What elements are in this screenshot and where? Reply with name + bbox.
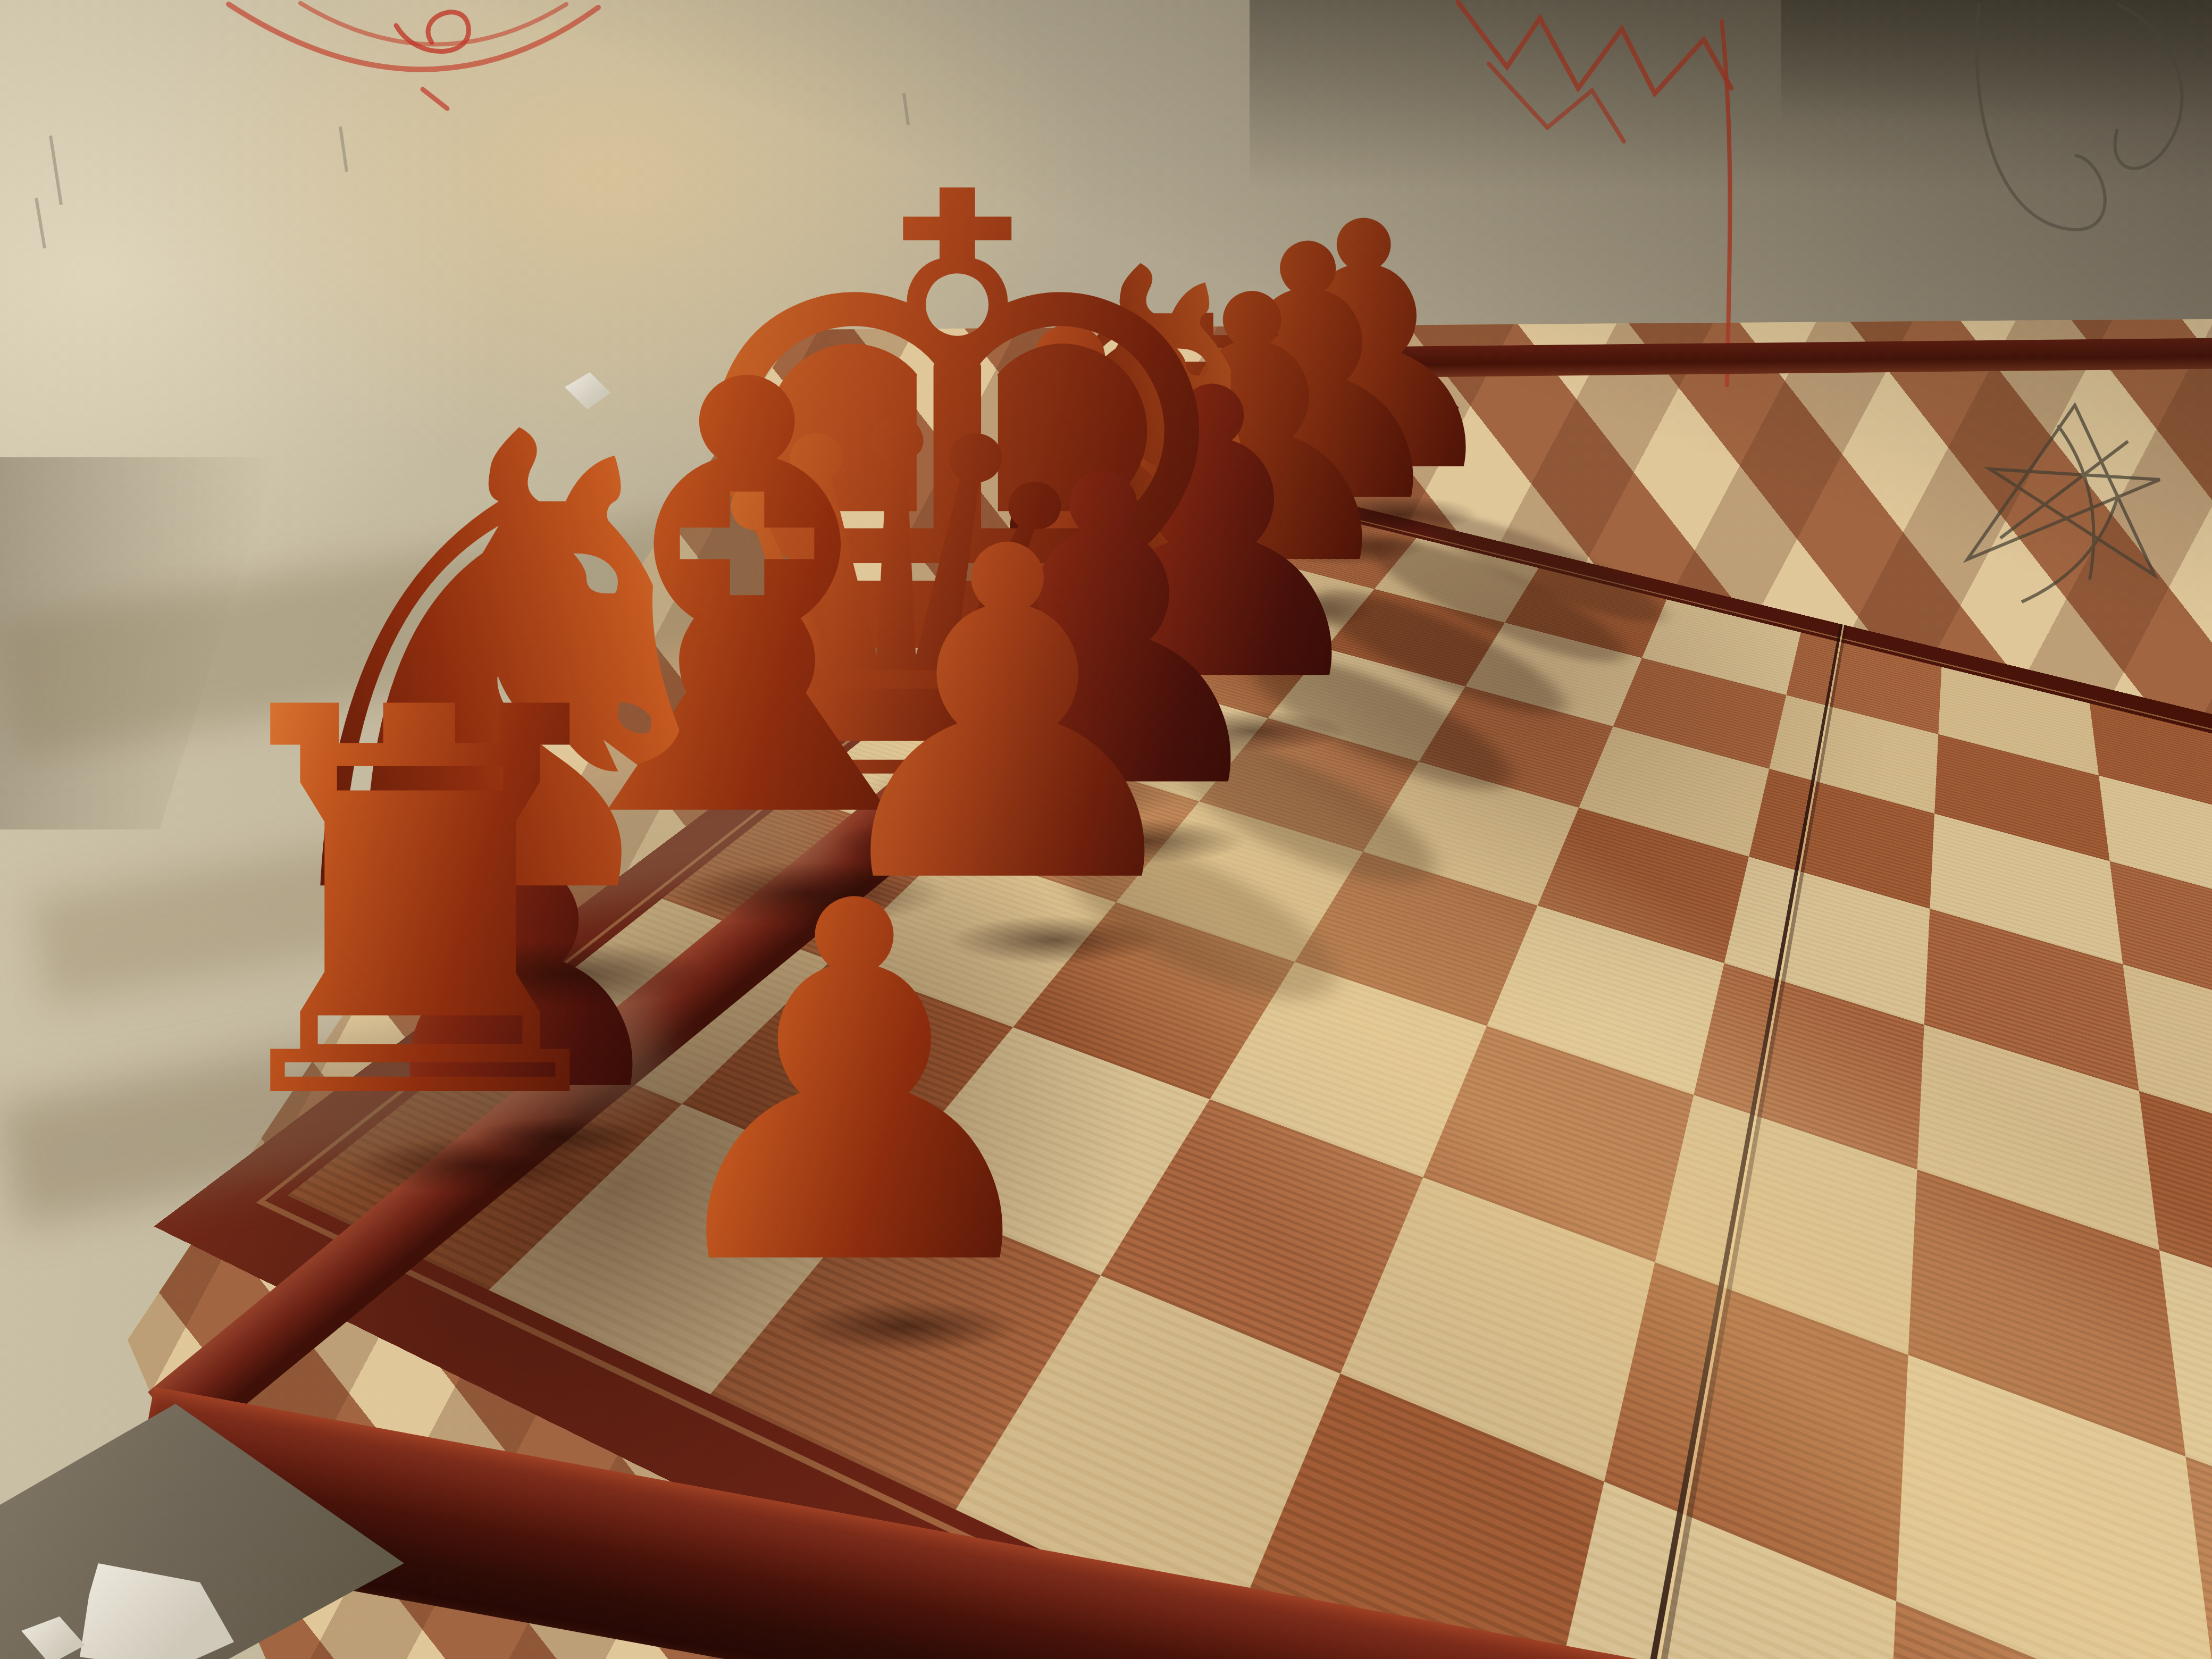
rook-glyph: ♜ — [182, 641, 658, 1172]
chessboard-photo-scene: Overhead-angle photo of a wooden folding… — [0, 0, 2212, 1659]
piece-a1-rook: ♜ — [182, 641, 658, 1172]
pieces-layer: ♟♟♜♟♞♟♝♟♚♟♛♝♟♞♜♟ — [0, 0, 2212, 1659]
pawn-glyph: ♟ — [633, 839, 1076, 1333]
piece-b2-pawn: ♟ — [633, 839, 1076, 1333]
